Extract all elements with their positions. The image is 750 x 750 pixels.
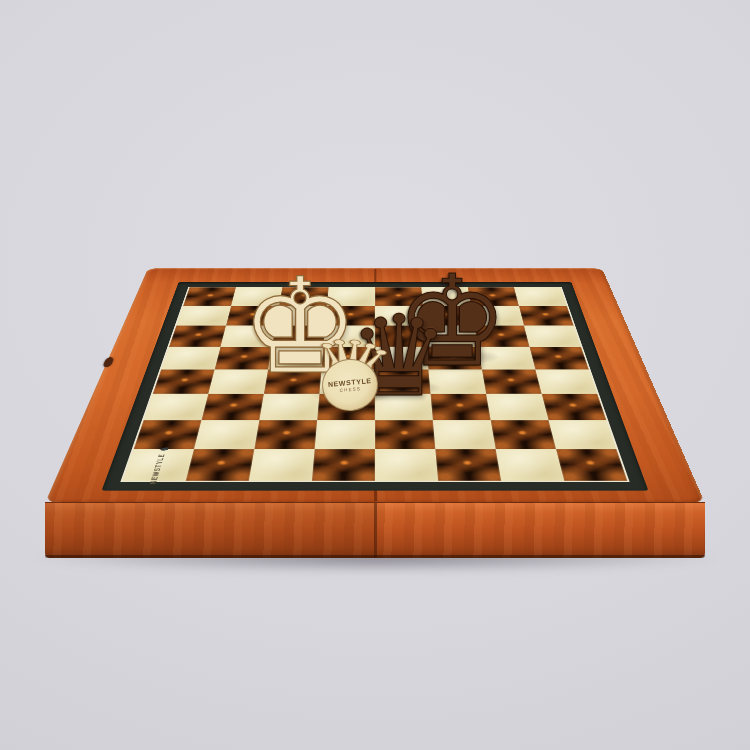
photo-backdrop: NEWSTYLE♞ ♚ ♚ ♛ ♛ NEWSTYLE CHESS: [0, 0, 750, 750]
square-g2: [491, 420, 556, 449]
logo-brand-text: NEWSTYLE: [148, 454, 167, 484]
square-b2: [194, 420, 259, 449]
square-a5: [161, 347, 220, 370]
square-h7: [519, 306, 574, 326]
square-a4: [153, 369, 215, 394]
square-h5: [529, 347, 588, 370]
square-f1: [435, 449, 501, 480]
square-h6: [524, 325, 581, 346]
square-a8: [183, 287, 236, 305]
square-a2: [134, 420, 202, 449]
square-c2: [254, 420, 317, 449]
square-d2: [315, 420, 375, 449]
square-h2: [549, 420, 617, 449]
square-a7: [176, 306, 231, 326]
square-g1: [496, 449, 565, 480]
square-a3: [144, 394, 209, 421]
square-d1: [312, 449, 375, 480]
board-front-edge: [45, 502, 705, 558]
square-b1: [186, 449, 255, 480]
square-a6: [169, 325, 226, 346]
square-e1: [375, 449, 438, 480]
square-h3: [542, 394, 607, 421]
fold-seam-near: [374, 490, 377, 501]
square-g3: [486, 394, 548, 421]
square-h1: [556, 449, 627, 480]
piece-base-sub-text: CHESS: [339, 386, 361, 393]
square-h8: [514, 287, 567, 305]
square-e2: [375, 420, 435, 449]
square-c1: [249, 449, 315, 480]
square-h4: [535, 369, 597, 394]
square-f2: [433, 420, 496, 449]
knight-logo-icon: ♞: [157, 446, 171, 452]
board-corner-logo: NEWSTYLE♞: [124, 448, 192, 482]
fold-seam-front: [374, 503, 377, 558]
square-a1: NEWSTYLE♞: [123, 449, 194, 480]
board-bottom-edge: [45, 555, 705, 558]
fold-seam-far: [374, 269, 376, 282]
